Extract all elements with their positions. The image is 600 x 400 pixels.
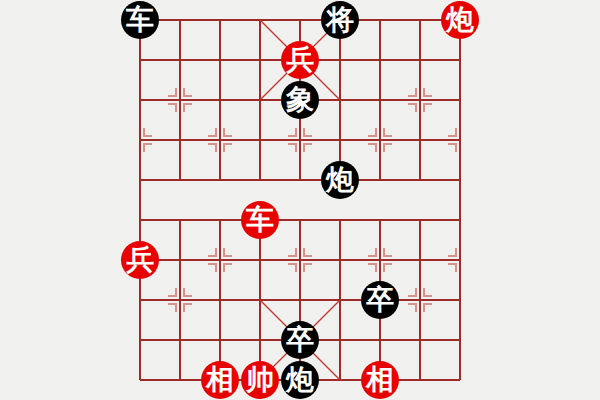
piece-red-chariot[interactable]: 车 bbox=[241, 201, 279, 239]
piece-red-elephant[interactable]: 相 bbox=[361, 361, 399, 399]
piece-black-cannon[interactable]: 炮 bbox=[281, 361, 319, 399]
piece-red-general[interactable]: 帅 bbox=[241, 361, 279, 399]
piece-red-elephant[interactable]: 相 bbox=[201, 361, 239, 399]
piece-black-elephant[interactable]: 象 bbox=[281, 81, 319, 119]
piece-black-soldier[interactable]: 卒 bbox=[361, 281, 399, 319]
piece-black-soldier[interactable]: 卒 bbox=[281, 321, 319, 359]
piece-red-cannon[interactable]: 炮 bbox=[441, 1, 479, 39]
piece-black-chariot[interactable]: 车 bbox=[121, 1, 159, 39]
piece-black-cannon[interactable]: 炮 bbox=[321, 161, 359, 199]
board-grid: 车将象炮卒卒炮炮兵车兵相帅相 bbox=[120, 0, 480, 400]
piece-red-soldier[interactable]: 兵 bbox=[281, 41, 319, 79]
piece-red-soldier[interactable]: 兵 bbox=[121, 241, 159, 279]
piece-black-general[interactable]: 将 bbox=[321, 1, 359, 39]
xiangqi-board-area: 车将象炮卒卒炮炮兵车兵相帅相 bbox=[0, 0, 600, 400]
